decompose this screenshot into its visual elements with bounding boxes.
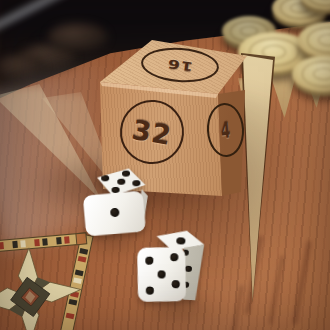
die-pip [185, 266, 192, 272]
cube-front-number: 32 [117, 97, 187, 167]
die-pip [122, 170, 130, 176]
die-right [133, 224, 211, 310]
cube-front-ring: 32 [117, 97, 186, 166]
medallion-border-strips [0, 232, 101, 330]
die-pip [145, 257, 153, 265]
die-pip [158, 270, 166, 278]
die-pip [170, 253, 178, 261]
die-pip [176, 237, 185, 244]
die-pip [146, 287, 154, 295]
die-pip [132, 180, 140, 186]
die-pip [172, 280, 180, 288]
die-right-front-face [137, 247, 186, 302]
die-pip [117, 179, 125, 185]
cube-right-number: 4 [214, 104, 238, 157]
backgammon-closeup-photo: 16 32 4 [0, 0, 330, 330]
die-pip [101, 175, 109, 181]
die-pip [110, 208, 120, 218]
